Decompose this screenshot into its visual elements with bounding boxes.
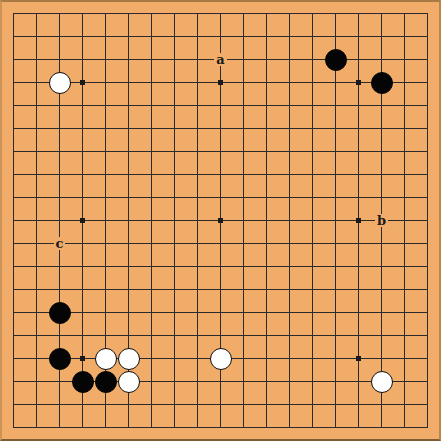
white-stone[interactable] (118, 348, 140, 370)
black-stone[interactable] (49, 348, 71, 370)
white-stone[interactable] (95, 348, 117, 370)
star-point (218, 80, 223, 85)
white-stone[interactable] (49, 72, 71, 94)
go-board[interactable]: abc (0, 0, 441, 441)
star-point (356, 218, 361, 223)
black-stone[interactable] (95, 371, 117, 393)
star-point (218, 218, 223, 223)
star-point (80, 218, 85, 223)
black-stone[interactable] (49, 302, 71, 324)
board-grid: abc (2, 2, 439, 439)
black-stone[interactable] (371, 72, 393, 94)
point-label-b[interactable]: b (375, 214, 388, 227)
white-stone[interactable] (210, 348, 232, 370)
star-point (80, 356, 85, 361)
black-stone[interactable] (325, 49, 347, 71)
star-point (356, 356, 361, 361)
star-point (80, 80, 85, 85)
white-stone[interactable] (371, 371, 393, 393)
white-stone[interactable] (118, 371, 140, 393)
point-label-a[interactable]: a (214, 53, 226, 66)
star-point (356, 80, 361, 85)
point-label-c[interactable]: c (54, 237, 66, 250)
black-stone[interactable] (72, 371, 94, 393)
